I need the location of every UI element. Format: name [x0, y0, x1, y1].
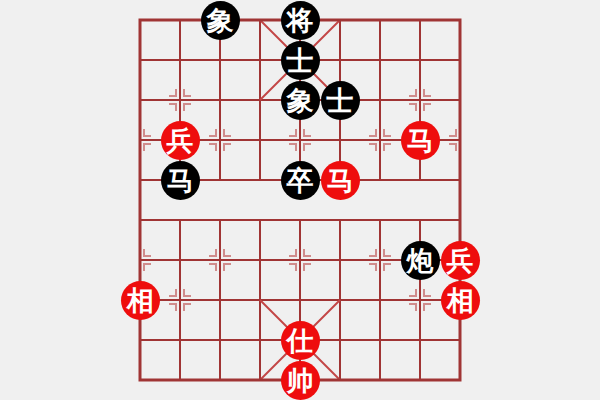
board-points-grid: 象将士象士兵马马卒马炮兵相相仕帅: [120, 0, 480, 400]
piece-black-general[interactable]: 将: [281, 1, 320, 40]
piece-red-soldier[interactable]: 兵: [441, 241, 480, 280]
piece-red-soldier[interactable]: 兵: [161, 121, 200, 160]
piece-red-horse[interactable]: 马: [401, 121, 440, 160]
piece-red-horse[interactable]: 马: [321, 161, 360, 200]
piece-black-soldier[interactable]: 卒: [281, 161, 320, 200]
piece-black-elephant[interactable]: 象: [201, 1, 240, 40]
piece-red-advisor[interactable]: 仕: [281, 321, 320, 360]
piece-black-cannon[interactable]: 炮: [401, 241, 440, 280]
piece-black-advisor[interactable]: 士: [321, 81, 360, 120]
piece-red-elephant[interactable]: 相: [441, 281, 480, 320]
piece-black-advisor[interactable]: 士: [281, 41, 320, 80]
piece-red-general[interactable]: 帅: [281, 361, 320, 400]
page-background: 象将士象士兵马马卒马炮兵相相仕帅: [0, 0, 600, 400]
piece-red-elephant[interactable]: 相: [121, 281, 160, 320]
piece-black-elephant[interactable]: 象: [281, 81, 320, 120]
piece-black-horse[interactable]: 马: [161, 161, 200, 200]
